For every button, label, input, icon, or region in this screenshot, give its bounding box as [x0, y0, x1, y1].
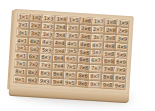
tile-r8c8[interactable]: 8×8 — [102, 74, 114, 82]
tile-r9c6[interactable]: 9×6 — [76, 80, 88, 88]
tile-r7c8[interactable]: 7×8 — [102, 66, 114, 73]
tile-r3c1[interactable]: 3×1 — [16, 29, 28, 37]
tile-r4c9[interactable]: 4×9 — [116, 43, 128, 51]
tile-r7c9[interactable]: 7×9 — [115, 66, 127, 74]
tile-r8c3[interactable]: 8×3 — [39, 70, 51, 78]
tile-r5c4[interactable]: 5×4 — [53, 47, 65, 54]
tile-r1c7[interactable]: 1×7 — [93, 18, 105, 26]
tile-r8c1[interactable]: 8×1 — [14, 69, 26, 76]
tile-r3c3[interactable]: 3×3 — [41, 30, 53, 38]
tile-r1c8[interactable]: 1×8 — [105, 19, 117, 26]
tile-r2c6[interactable]: 2×6 — [79, 25, 91, 33]
tile-r3c9[interactable]: 3×9 — [117, 35, 129, 43]
tile-r4c8[interactable]: 4×8 — [104, 42, 116, 50]
tile-r5c5[interactable]: 5×5 — [66, 48, 78, 56]
tile-r8c6[interactable]: 8×6 — [77, 72, 89, 80]
tile-r2c3[interactable]: 2×3 — [42, 22, 54, 30]
tile-r4c2[interactable]: 4×2 — [28, 38, 40, 46]
tile-r2c7[interactable]: 2×7 — [92, 26, 104, 33]
tile-r9c9[interactable]: 9×9 — [114, 82, 126, 90]
tile-r2c2[interactable]: 2×2 — [29, 22, 41, 30]
tile-r4c4[interactable]: 4×4 — [53, 39, 65, 47]
tile-r2c8[interactable]: 2×8 — [105, 26, 117, 34]
tile-r4c3[interactable]: 4×3 — [41, 38, 53, 46]
tile-r7c3[interactable]: 7×3 — [39, 62, 51, 70]
tile-r6c4[interactable]: 6×4 — [53, 55, 65, 63]
tile-r7c4[interactable]: 7×4 — [52, 63, 64, 70]
tile-r4c6[interactable]: 4×6 — [78, 40, 90, 48]
tile-r9c8[interactable]: 9×8 — [101, 82, 113, 89]
tile-r8c2[interactable]: 8×2 — [26, 69, 38, 77]
tile-grid: 1×11×21×31×41×51×61×71×81×92×12×22×32×42… — [13, 13, 129, 90]
tile-r9c7[interactable]: 9×7 — [89, 81, 101, 89]
tile-r6c8[interactable]: 6×8 — [103, 58, 115, 66]
tile-r1c3[interactable]: 1×3 — [42, 15, 54, 23]
tile-r2c9[interactable]: 2×9 — [117, 27, 129, 35]
tile-r8c7[interactable]: 8×7 — [89, 73, 101, 80]
tile-r7c1[interactable]: 7×1 — [14, 60, 26, 68]
tile-r3c8[interactable]: 3×8 — [104, 35, 116, 42]
tile-r1c1[interactable]: 1×1 — [17, 13, 29, 21]
tile-r3c7[interactable]: 3×7 — [92, 34, 104, 42]
board: 1×11×21×31×41×51×61×71×81×92×12×22×32×42… — [8, 9, 133, 108]
tile-r4c7[interactable]: 4×7 — [91, 42, 103, 49]
tile-r1c4[interactable]: 1×4 — [55, 16, 67, 23]
tile-r3c4[interactable]: 3×4 — [54, 31, 66, 38]
tile-r1c6[interactable]: 1×6 — [80, 17, 92, 25]
tile-r5c2[interactable]: 5×2 — [28, 46, 40, 53]
tile-r3c2[interactable]: 3×2 — [29, 30, 41, 37]
tile-r2c1[interactable]: 2×1 — [17, 21, 29, 28]
tile-r7c6[interactable]: 7×6 — [77, 64, 89, 72]
board-face: 1×11×21×31×41×51×61×71×81×92×12×22×32×42… — [9, 9, 134, 94]
tile-r8c4[interactable]: 8×4 — [52, 71, 64, 79]
tile-r4c5[interactable]: 4×5 — [66, 40, 78, 47]
tile-r8c5[interactable]: 8×5 — [64, 72, 76, 79]
tile-r1c9[interactable]: 1×9 — [117, 19, 129, 27]
tile-r9c2[interactable]: 9×2 — [26, 77, 38, 84]
tile-r8c9[interactable]: 8×9 — [114, 74, 126, 82]
tile-r7c5[interactable]: 7×5 — [65, 64, 77, 72]
tile-r5c8[interactable]: 5×8 — [103, 50, 115, 57]
tile-r9c4[interactable]: 9×4 — [51, 79, 63, 86]
tile-r9c3[interactable]: 9×3 — [38, 78, 50, 86]
tile-r9c5[interactable]: 9×5 — [64, 79, 76, 87]
tile-r4c1[interactable]: 4×1 — [16, 37, 28, 44]
tile-r6c7[interactable]: 6×7 — [90, 57, 102, 64]
tile-r1c5[interactable]: 1×5 — [67, 16, 79, 24]
tile-r5c1[interactable]: 5×1 — [15, 45, 27, 53]
tile-r2c5[interactable]: 2×5 — [67, 24, 79, 31]
tile-r3c5[interactable]: 3×5 — [66, 32, 78, 40]
tile-r7c2[interactable]: 7×2 — [27, 61, 39, 68]
tile-r1c2[interactable]: 1×2 — [30, 14, 42, 21]
tile-r7c7[interactable]: 7×7 — [90, 65, 102, 73]
tile-r3c6[interactable]: 3×6 — [79, 33, 91, 41]
tile-r9c1[interactable]: 9×1 — [13, 76, 25, 84]
tile-r6c1[interactable]: 6×1 — [15, 53, 27, 60]
tile-r6c2[interactable]: 6×2 — [27, 53, 39, 61]
tile-r6c5[interactable]: 6×5 — [65, 56, 77, 63]
tile-r2c4[interactable]: 2×4 — [54, 23, 66, 31]
tile-r5c7[interactable]: 5×7 — [91, 49, 103, 57]
